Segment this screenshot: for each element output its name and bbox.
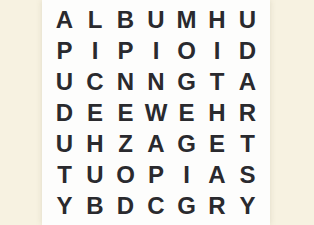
grid-cell-r3c1[interactable]: U: [49, 66, 80, 97]
grid-cell-r6c5[interactable]: I: [171, 159, 202, 190]
grid-cell-r3c3[interactable]: N: [110, 66, 141, 97]
grid-cell-r6c1[interactable]: T: [49, 159, 80, 190]
grid-cell-r2c1[interactable]: P: [49, 35, 80, 66]
grid-cell-r6c3[interactable]: O: [110, 159, 141, 190]
grid-cell-r4c4[interactable]: W: [141, 97, 172, 128]
page-background: ALBUMHUPIPIOIDUCNNGTADEEWEHRUHZAGETTUOPI…: [0, 0, 314, 225]
grid-cell-r1c3[interactable]: B: [110, 4, 141, 35]
grid-cell-r5c1[interactable]: U: [49, 128, 80, 159]
grid-cell-r5c4[interactable]: A: [141, 128, 172, 159]
grid-cell-r4c1[interactable]: D: [49, 97, 80, 128]
grid-cell-r5c3[interactable]: Z: [110, 128, 141, 159]
grid-cell-r1c4[interactable]: U: [141, 4, 172, 35]
grid-cell-r2c5[interactable]: O: [171, 35, 202, 66]
grid-cell-r7c7[interactable]: Y: [232, 190, 263, 221]
grid-cell-r3c2[interactable]: C: [80, 66, 111, 97]
grid-cell-r1c5[interactable]: M: [171, 4, 202, 35]
grid-cell-r6c7[interactable]: S: [232, 159, 263, 190]
grid-cell-r5c2[interactable]: H: [80, 128, 111, 159]
grid-cell-r4c3[interactable]: E: [110, 97, 141, 128]
grid-cell-r4c5[interactable]: E: [171, 97, 202, 128]
grid-cell-r2c6[interactable]: I: [202, 35, 233, 66]
grid-cell-r7c6[interactable]: R: [202, 190, 233, 221]
word-search-grid: ALBUMHUPIPIOIDUCNNGTADEEWEHRUHZAGETTUOPI…: [49, 4, 263, 221]
grid-cell-r6c2[interactable]: U: [80, 159, 111, 190]
grid-cell-r5c7[interactable]: T: [232, 128, 263, 159]
grid-cell-r4c2[interactable]: E: [80, 97, 111, 128]
grid-cell-r3c5[interactable]: G: [171, 66, 202, 97]
grid-cell-r1c7[interactable]: U: [232, 4, 263, 35]
grid-cell-r4c6[interactable]: H: [202, 97, 233, 128]
grid-cell-r2c7[interactable]: D: [232, 35, 263, 66]
grid-cell-r2c3[interactable]: P: [110, 35, 141, 66]
grid-cell-r7c3[interactable]: D: [110, 190, 141, 221]
grid-cell-r7c5[interactable]: G: [171, 190, 202, 221]
word-search-card: ALBUMHUPIPIOIDUCNNGTADEEWEHRUHZAGETTUOPI…: [42, 0, 270, 225]
grid-cell-r7c2[interactable]: B: [80, 190, 111, 221]
grid-cell-r1c2[interactable]: L: [80, 4, 111, 35]
grid-cell-r5c6[interactable]: E: [202, 128, 233, 159]
grid-cell-r1c1[interactable]: A: [49, 4, 80, 35]
grid-cell-r4c7[interactable]: R: [232, 97, 263, 128]
grid-cell-r1c6[interactable]: H: [202, 4, 233, 35]
grid-cell-r6c4[interactable]: P: [141, 159, 172, 190]
grid-cell-r2c2[interactable]: I: [80, 35, 111, 66]
grid-cell-r3c4[interactable]: N: [141, 66, 172, 97]
grid-cell-r7c1[interactable]: Y: [49, 190, 80, 221]
grid-cell-r2c4[interactable]: I: [141, 35, 172, 66]
grid-cell-r3c7[interactable]: A: [232, 66, 263, 97]
grid-cell-r3c6[interactable]: T: [202, 66, 233, 97]
grid-cell-r5c5[interactable]: G: [171, 128, 202, 159]
grid-cell-r7c4[interactable]: C: [141, 190, 172, 221]
grid-cell-r6c6[interactable]: A: [202, 159, 233, 190]
